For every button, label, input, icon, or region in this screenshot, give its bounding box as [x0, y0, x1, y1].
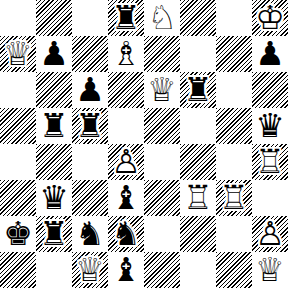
square-e2[interactable] — [144, 216, 180, 252]
square-b8[interactable] — [36, 0, 72, 36]
square-c4[interactable] — [72, 144, 108, 180]
square-e5[interactable] — [144, 108, 180, 144]
square-g4[interactable] — [216, 144, 252, 180]
piece-white-rook: ♖ — [216, 180, 252, 216]
square-c8[interactable] — [72, 0, 108, 36]
piece-black-queen: ♛ — [36, 180, 72, 216]
piece-white-queen: ♕ — [252, 252, 288, 288]
square-h7[interactable]: ♟ — [252, 36, 288, 72]
square-e4[interactable] — [144, 144, 180, 180]
square-f4[interactable] — [180, 144, 216, 180]
square-f3[interactable]: ♜♖ — [180, 180, 216, 216]
square-f2[interactable] — [180, 216, 216, 252]
square-e6[interactable]: ♛♕ — [144, 72, 180, 108]
piece-white-pawn-fill: ♟ — [108, 144, 144, 180]
square-a4[interactable] — [0, 144, 36, 180]
square-f8[interactable] — [180, 0, 216, 36]
square-c7[interactable] — [72, 36, 108, 72]
piece-white-queen-fill: ♛ — [144, 72, 180, 108]
square-f1[interactable] — [180, 252, 216, 288]
chess-board: ♜♞♘♚♔♛♕♟♝♗♟♟♛♕♜♜♜♛♟♙♜♖♛♝♜♖♜♖♚♜♞♞♟♙♛♕♝♛♕ — [0, 0, 288, 288]
piece-white-queen: ♕ — [0, 36, 36, 72]
piece-white-knight: ♘ — [144, 0, 180, 36]
square-e1[interactable] — [144, 252, 180, 288]
square-a1[interactable] — [0, 252, 36, 288]
square-h5[interactable]: ♛ — [252, 108, 288, 144]
square-b5[interactable]: ♜ — [36, 108, 72, 144]
square-h8[interactable]: ♚♔ — [252, 0, 288, 36]
piece-white-queen-fill: ♛ — [252, 252, 288, 288]
piece-white-pawn: ♙ — [108, 144, 144, 180]
square-g5[interactable] — [216, 108, 252, 144]
square-g2[interactable] — [216, 216, 252, 252]
square-a5[interactable] — [0, 108, 36, 144]
square-c5[interactable]: ♜ — [72, 108, 108, 144]
square-d5[interactable] — [108, 108, 144, 144]
square-d7[interactable]: ♝♗ — [108, 36, 144, 72]
square-b3[interactable]: ♛ — [36, 180, 72, 216]
piece-white-queen: ♕ — [144, 72, 180, 108]
piece-black-king: ♚ — [0, 216, 36, 252]
square-b2[interactable]: ♜ — [36, 216, 72, 252]
square-d6[interactable] — [108, 72, 144, 108]
square-e3[interactable] — [144, 180, 180, 216]
piece-black-queen: ♛ — [252, 108, 288, 144]
piece-white-queen-fill: ♛ — [0, 36, 36, 72]
piece-black-knight: ♞ — [108, 216, 144, 252]
piece-black-rook: ♜ — [36, 108, 72, 144]
square-h1[interactable]: ♛♕ — [252, 252, 288, 288]
piece-white-rook-fill: ♜ — [252, 144, 288, 180]
piece-white-bishop-fill: ♝ — [108, 36, 144, 72]
piece-white-rook: ♖ — [252, 144, 288, 180]
square-a3[interactable] — [0, 180, 36, 216]
square-h4[interactable]: ♜♖ — [252, 144, 288, 180]
square-g1[interactable] — [216, 252, 252, 288]
square-a8[interactable] — [0, 0, 36, 36]
square-g6[interactable] — [216, 72, 252, 108]
square-d3[interactable]: ♝ — [108, 180, 144, 216]
piece-black-pawn: ♟ — [36, 36, 72, 72]
piece-white-pawn: ♙ — [252, 216, 288, 252]
square-b4[interactable] — [36, 144, 72, 180]
piece-white-queen: ♕ — [72, 252, 108, 288]
piece-white-pawn-fill: ♟ — [252, 216, 288, 252]
square-f7[interactable] — [180, 36, 216, 72]
piece-black-rook: ♜ — [72, 108, 108, 144]
piece-black-bishop: ♝ — [108, 180, 144, 216]
square-e7[interactable] — [144, 36, 180, 72]
piece-black-pawn: ♟ — [72, 72, 108, 108]
square-b1[interactable] — [36, 252, 72, 288]
square-g8[interactable] — [216, 0, 252, 36]
square-c6[interactable]: ♟ — [72, 72, 108, 108]
square-a6[interactable] — [0, 72, 36, 108]
square-b7[interactable]: ♟ — [36, 36, 72, 72]
piece-black-rook: ♜ — [108, 0, 144, 36]
square-f6[interactable]: ♜ — [180, 72, 216, 108]
square-c3[interactable] — [72, 180, 108, 216]
square-c2[interactable]: ♞ — [72, 216, 108, 252]
piece-white-king-fill: ♚ — [252, 0, 288, 36]
square-b6[interactable] — [36, 72, 72, 108]
square-h2[interactable]: ♟♙ — [252, 216, 288, 252]
piece-white-king: ♔ — [252, 0, 288, 36]
piece-white-rook-fill: ♜ — [180, 180, 216, 216]
square-c1[interactable]: ♛♕ — [72, 252, 108, 288]
piece-black-knight: ♞ — [72, 216, 108, 252]
piece-black-pawn: ♟ — [252, 36, 288, 72]
square-d1[interactable]: ♝ — [108, 252, 144, 288]
square-d8[interactable]: ♜ — [108, 0, 144, 36]
square-g3[interactable]: ♜♖ — [216, 180, 252, 216]
piece-white-bishop: ♗ — [108, 36, 144, 72]
piece-white-rook-fill: ♜ — [216, 180, 252, 216]
square-g7[interactable] — [216, 36, 252, 72]
square-d4[interactable]: ♟♙ — [108, 144, 144, 180]
piece-black-rook: ♜ — [36, 216, 72, 252]
piece-white-knight-fill: ♞ — [144, 0, 180, 36]
square-a2[interactable]: ♚ — [0, 216, 36, 252]
square-d2[interactable]: ♞ — [108, 216, 144, 252]
square-a7[interactable]: ♛♕ — [0, 36, 36, 72]
piece-white-queen-fill: ♛ — [72, 252, 108, 288]
piece-white-rook: ♖ — [180, 180, 216, 216]
square-h3[interactable] — [252, 180, 288, 216]
square-h6[interactable] — [252, 72, 288, 108]
piece-black-bishop: ♝ — [108, 252, 144, 288]
piece-black-rook: ♜ — [180, 72, 216, 108]
square-e8[interactable]: ♞♘ — [144, 0, 180, 36]
square-f5[interactable] — [180, 108, 216, 144]
